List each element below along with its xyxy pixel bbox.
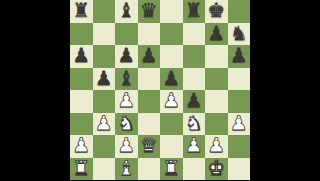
square-e4[interactable]: ♟: [160, 90, 183, 113]
square-b8[interactable]: [93, 0, 116, 23]
black-pawn-icon[interactable]: ♟: [117, 45, 135, 67]
square-a1[interactable]: ♜: [70, 158, 93, 181]
white-bishop-icon[interactable]: ♝: [117, 158, 135, 180]
square-b6[interactable]: [93, 45, 116, 68]
black-pawn-icon[interactable]: ♟: [230, 45, 248, 67]
square-h8[interactable]: [228, 0, 251, 23]
square-b4[interactable]: [93, 90, 116, 113]
square-c8[interactable]: ♝: [115, 0, 138, 23]
square-h2[interactable]: [228, 135, 251, 158]
square-d8[interactable]: ♛: [138, 0, 161, 23]
square-f5[interactable]: [183, 68, 206, 91]
white-pawn-icon[interactable]: ♟: [207, 135, 225, 157]
square-g4[interactable]: [205, 90, 228, 113]
square-d5[interactable]: [138, 68, 161, 91]
square-c3[interactable]: ♞: [115, 113, 138, 136]
square-e1[interactable]: ♜: [160, 158, 183, 181]
white-pawn-icon[interactable]: ♟: [230, 113, 248, 135]
square-a7[interactable]: [70, 23, 93, 46]
white-pawn-icon[interactable]: ♟: [185, 135, 203, 157]
black-pawn-icon[interactable]: ♟: [162, 68, 180, 90]
square-f8[interactable]: ♜: [183, 0, 206, 23]
square-e3[interactable]: [160, 113, 183, 136]
square-d4[interactable]: [138, 90, 161, 113]
square-b2[interactable]: [93, 135, 116, 158]
square-b5[interactable]: ♟: [93, 68, 116, 91]
white-rook-icon[interactable]: ♜: [162, 158, 180, 180]
square-c4[interactable]: ♟: [115, 90, 138, 113]
square-a4[interactable]: [70, 90, 93, 113]
black-knight-icon[interactable]: ♞: [230, 23, 248, 45]
black-king-icon[interactable]: ♚: [207, 0, 225, 22]
square-a8[interactable]: ♜: [70, 0, 93, 23]
square-c2[interactable]: ♟: [115, 135, 138, 158]
white-king-icon[interactable]: ♚: [207, 158, 225, 180]
square-b7[interactable]: [93, 23, 116, 46]
black-rook-icon[interactable]: ♜: [185, 0, 203, 22]
square-e8[interactable]: [160, 0, 183, 23]
white-rook-icon[interactable]: ♜: [72, 158, 90, 180]
square-g7[interactable]: ♟: [205, 23, 228, 46]
black-pawn-icon[interactable]: ♟: [140, 45, 158, 67]
black-rook-icon[interactable]: ♜: [72, 0, 90, 22]
square-f7[interactable]: [183, 23, 206, 46]
square-a5[interactable]: [70, 68, 93, 91]
square-b3[interactable]: ♟: [93, 113, 116, 136]
white-knight-icon[interactable]: ♞: [117, 113, 135, 135]
square-f6[interactable]: [183, 45, 206, 68]
square-c6[interactable]: ♟: [115, 45, 138, 68]
black-pawn-icon[interactable]: ♟: [72, 45, 90, 67]
app-background: ♜♝♛♜♚♟♞♟♟♟♟♟♝♟♟♟♟♟♞♞♟♟♟♛♟♟♜♝♜♚: [0, 0, 320, 180]
square-d1[interactable]: [138, 158, 161, 181]
square-c7[interactable]: [115, 23, 138, 46]
square-d7[interactable]: [138, 23, 161, 46]
square-f4[interactable]: ♟: [183, 90, 206, 113]
white-pawn-icon[interactable]: ♟: [95, 113, 113, 135]
square-h5[interactable]: [228, 68, 251, 91]
square-h4[interactable]: [228, 90, 251, 113]
square-g6[interactable]: [205, 45, 228, 68]
square-h3[interactable]: ♟: [228, 113, 251, 136]
black-bishop-icon[interactable]: ♝: [117, 0, 135, 22]
black-queen-icon[interactable]: ♛: [140, 0, 158, 22]
square-f2[interactable]: ♟: [183, 135, 206, 158]
black-pawn-icon[interactable]: ♟: [95, 68, 113, 90]
square-d6[interactable]: ♟: [138, 45, 161, 68]
square-f3[interactable]: ♞: [183, 113, 206, 136]
black-pawn-icon[interactable]: ♟: [207, 23, 225, 45]
square-d3[interactable]: [138, 113, 161, 136]
square-h1[interactable]: [228, 158, 251, 181]
black-bishop-icon[interactable]: ♝: [117, 68, 135, 90]
white-pawn-icon[interactable]: ♟: [117, 90, 135, 112]
white-queen-icon[interactable]: ♛: [140, 135, 158, 157]
white-pawn-icon[interactable]: ♟: [72, 135, 90, 157]
square-g3[interactable]: [205, 113, 228, 136]
square-g5[interactable]: [205, 68, 228, 91]
chess-board[interactable]: ♜♝♛♜♚♟♞♟♟♟♟♟♝♟♟♟♟♟♞♞♟♟♟♛♟♟♜♝♜♚: [70, 0, 250, 180]
square-g8[interactable]: ♚: [205, 0, 228, 23]
square-c5[interactable]: ♝: [115, 68, 138, 91]
square-b1[interactable]: [93, 158, 116, 181]
square-e7[interactable]: [160, 23, 183, 46]
white-pawn-icon[interactable]: ♟: [162, 90, 180, 112]
square-g2[interactable]: ♟: [205, 135, 228, 158]
square-e2[interactable]: [160, 135, 183, 158]
square-d2[interactable]: ♛: [138, 135, 161, 158]
square-e6[interactable]: [160, 45, 183, 68]
white-knight-icon[interactable]: ♞: [185, 113, 203, 135]
square-f1[interactable]: [183, 158, 206, 181]
square-a6[interactable]: ♟: [70, 45, 93, 68]
square-h6[interactable]: ♟: [228, 45, 251, 68]
white-pawn-icon[interactable]: ♟: [117, 135, 135, 157]
square-a3[interactable]: [70, 113, 93, 136]
black-pawn-icon[interactable]: ♟: [185, 90, 203, 112]
square-e5[interactable]: ♟: [160, 68, 183, 91]
square-g1[interactable]: ♚: [205, 158, 228, 181]
square-a2[interactable]: ♟: [70, 135, 93, 158]
square-h7[interactable]: ♞: [228, 23, 251, 46]
square-c1[interactable]: ♝: [115, 158, 138, 181]
